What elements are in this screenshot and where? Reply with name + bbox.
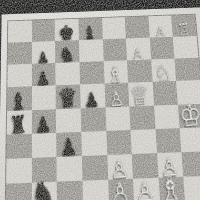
square-d6 — [79, 61, 104, 84]
square-f5: ♕ — [128, 82, 154, 106]
square-f2 — [132, 153, 159, 179]
square-h1 — [184, 176, 200, 200]
square-b2 — [32, 157, 57, 183]
square-b6: ♟ — [32, 63, 56, 86]
square-h4: ♔ — [178, 103, 200, 127]
square-f7: ♙ — [126, 38, 151, 61]
square-d4 — [81, 107, 106, 132]
square-h2 — [182, 151, 200, 177]
square-b5 — [32, 86, 56, 110]
square-c8: ♚ — [55, 19, 79, 41]
square-b8 — [32, 20, 56, 42]
square-e2: ♙ — [107, 154, 133, 180]
square-c3: ♟ — [56, 132, 81, 157]
square-g3 — [155, 128, 181, 153]
square-a6 — [7, 64, 31, 87]
square-g5 — [152, 81, 178, 105]
square-b7: ♟ — [32, 41, 56, 64]
square-h3 — [180, 127, 200, 152]
square-c7: ♞ — [55, 40, 79, 63]
square-a5: ♝ — [7, 87, 32, 111]
square-a4: ♜ — [7, 110, 32, 135]
square-e8 — [102, 17, 126, 39]
square-d1 — [82, 180, 108, 200]
square-b3 — [32, 132, 57, 157]
square-a1 — [6, 183, 32, 200]
square-e7 — [102, 39, 127, 62]
square-e4 — [105, 106, 131, 131]
white-pawn: ♙ — [109, 179, 131, 200]
square-g1: ♗ — [158, 177, 185, 200]
square-c2 — [57, 156, 83, 182]
chess-board-mat: ♚♝♙♖♟♞♙♟♗♘♝♛♟♙♕♜♟♔♟♙♙♞♙♙♗ The Chess Stor… — [0, 7, 200, 200]
square-c4 — [56, 108, 81, 133]
chess-board: ♚♝♙♖♟♞♙♟♗♘♝♛♟♙♕♜♟♔♟♙♙♞♙♙♗ — [6, 15, 200, 200]
square-e1: ♙ — [108, 179, 135, 200]
square-g8: ♙ — [148, 15, 173, 37]
square-a2 — [6, 158, 31, 184]
square-h7 — [173, 36, 198, 59]
square-d7 — [79, 39, 103, 62]
square-f4 — [129, 105, 155, 130]
square-h8: ♖ — [171, 15, 196, 37]
square-g4 — [154, 104, 180, 128]
square-c5: ♛ — [56, 85, 81, 109]
square-a8 — [8, 20, 32, 42]
square-f8 — [125, 16, 150, 38]
square-d8: ♝ — [78, 18, 102, 40]
square-d5: ♟ — [80, 84, 105, 108]
square-b1: ♞ — [32, 182, 58, 200]
square-d2 — [82, 155, 108, 181]
photo-scene: ♚♝♙♖♟♞♙♟♗♘♝♛♟♙♕♜♟♔♟♙♙♞♙♙♗ The Chess Stor… — [0, 0, 200, 200]
square-a3 — [6, 133, 31, 158]
square-g7 — [150, 37, 175, 60]
square-f6 — [127, 60, 152, 83]
square-e3 — [106, 130, 132, 155]
square-b4: ♟ — [32, 109, 57, 134]
white-pawn: ♙ — [135, 178, 157, 200]
square-d3 — [81, 131, 107, 156]
square-g2: ♙ — [157, 152, 184, 178]
square-g6: ♘ — [151, 59, 177, 82]
square-e6: ♗ — [103, 61, 128, 84]
square-f1: ♙ — [133, 178, 160, 200]
square-e5: ♙ — [104, 83, 129, 107]
square-h6 — [175, 58, 200, 81]
square-c1 — [57, 181, 83, 200]
square-a7 — [8, 42, 32, 65]
square-h5 — [176, 80, 200, 104]
square-c6 — [55, 62, 79, 85]
square-f3 — [131, 129, 157, 154]
